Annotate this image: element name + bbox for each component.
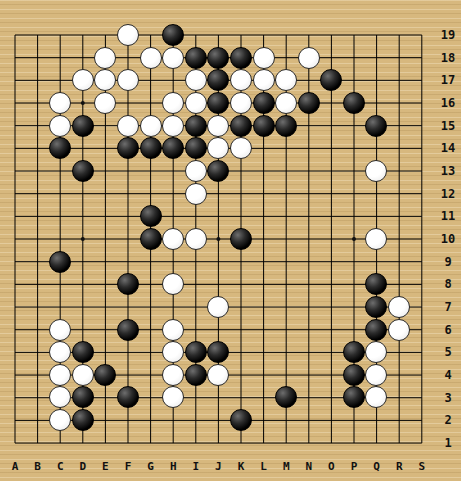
white-stone-C4[interactable] bbox=[49, 364, 71, 386]
row-label-18: 18 bbox=[436, 51, 460, 65]
black-stone-Q15[interactable] bbox=[365, 115, 387, 137]
column-label-C: C bbox=[52, 460, 68, 474]
row-label-17: 17 bbox=[436, 73, 460, 87]
row-label-12: 12 bbox=[436, 187, 460, 201]
white-stone-E18[interactable] bbox=[94, 47, 116, 69]
row-label-3: 3 bbox=[436, 391, 460, 405]
row-label-8: 8 bbox=[436, 277, 460, 291]
black-stone-D3[interactable] bbox=[72, 386, 94, 408]
white-stone-K16[interactable] bbox=[230, 92, 252, 114]
column-label-B: B bbox=[30, 460, 46, 474]
black-stone-J17[interactable] bbox=[207, 69, 229, 91]
black-stone-J5[interactable] bbox=[207, 341, 229, 363]
white-stone-H3[interactable] bbox=[162, 386, 184, 408]
row-label-14: 14 bbox=[436, 141, 460, 155]
black-stone-C14[interactable] bbox=[49, 137, 71, 159]
row-label-10: 10 bbox=[436, 232, 460, 246]
column-label-R: R bbox=[391, 460, 407, 474]
white-stone-C16[interactable] bbox=[49, 92, 71, 114]
black-stone-I15[interactable] bbox=[185, 115, 207, 137]
white-stone-Q3[interactable] bbox=[365, 386, 387, 408]
black-stone-K18[interactable] bbox=[230, 47, 252, 69]
black-stone-M15[interactable] bbox=[275, 115, 297, 137]
black-stone-L15[interactable] bbox=[253, 115, 275, 137]
black-stone-D2[interactable] bbox=[72, 409, 94, 431]
black-stone-J18[interactable] bbox=[207, 47, 229, 69]
white-stone-I10[interactable] bbox=[185, 228, 207, 250]
black-stone-G11[interactable] bbox=[140, 205, 162, 227]
black-stone-Q8[interactable] bbox=[365, 273, 387, 295]
column-label-O: O bbox=[323, 460, 339, 474]
row-label-5: 5 bbox=[436, 345, 460, 359]
row-label-4: 4 bbox=[436, 368, 460, 382]
white-stone-C15[interactable] bbox=[49, 115, 71, 137]
white-stone-I16[interactable] bbox=[185, 92, 207, 114]
white-stone-J4[interactable] bbox=[207, 364, 229, 386]
black-stone-D13[interactable] bbox=[72, 160, 94, 182]
row-label-7: 7 bbox=[436, 300, 460, 314]
white-stone-H4[interactable] bbox=[162, 364, 184, 386]
black-stone-C9[interactable] bbox=[49, 251, 71, 273]
black-stone-J16[interactable] bbox=[207, 92, 229, 114]
white-stone-Q13[interactable] bbox=[365, 160, 387, 182]
row-label-19: 19 bbox=[436, 28, 460, 42]
black-stone-I4[interactable] bbox=[185, 364, 207, 386]
row-label-15: 15 bbox=[436, 119, 460, 133]
row-label-6: 6 bbox=[436, 323, 460, 337]
black-stone-F8[interactable] bbox=[117, 273, 139, 295]
black-stone-F6[interactable] bbox=[117, 319, 139, 341]
white-stone-C3[interactable] bbox=[49, 386, 71, 408]
column-label-Q: Q bbox=[369, 460, 385, 474]
white-stone-J15[interactable] bbox=[207, 115, 229, 137]
black-stone-K10[interactable] bbox=[230, 228, 252, 250]
black-stone-M3[interactable] bbox=[275, 386, 297, 408]
white-stone-H16[interactable] bbox=[162, 92, 184, 114]
white-stone-H8[interactable] bbox=[162, 273, 184, 295]
black-stone-G14[interactable] bbox=[140, 137, 162, 159]
white-stone-Q4[interactable] bbox=[365, 364, 387, 386]
white-stone-Q10[interactable] bbox=[365, 228, 387, 250]
row-label-13: 13 bbox=[436, 164, 460, 178]
row-label-1: 1 bbox=[436, 436, 460, 450]
white-stone-H18[interactable] bbox=[162, 47, 184, 69]
white-stone-M16[interactable] bbox=[275, 92, 297, 114]
row-label-11: 11 bbox=[436, 209, 460, 223]
white-stone-E17[interactable] bbox=[94, 69, 116, 91]
black-stone-D5[interactable] bbox=[72, 341, 94, 363]
column-label-G: G bbox=[143, 460, 159, 474]
white-stone-L17[interactable] bbox=[253, 69, 275, 91]
white-stone-M17[interactable] bbox=[275, 69, 297, 91]
white-stone-R6[interactable] bbox=[388, 319, 410, 341]
black-stone-K15[interactable] bbox=[230, 115, 252, 137]
row-label-9: 9 bbox=[436, 255, 460, 269]
black-stone-F14[interactable] bbox=[117, 137, 139, 159]
row-label-16: 16 bbox=[436, 96, 460, 110]
column-label-J: J bbox=[210, 460, 226, 474]
column-label-F: F bbox=[120, 460, 136, 474]
white-stone-C2[interactable] bbox=[49, 409, 71, 431]
white-stone-J14[interactable] bbox=[207, 137, 229, 159]
black-stone-Q6[interactable] bbox=[365, 319, 387, 341]
white-stone-H10[interactable] bbox=[162, 228, 184, 250]
white-stone-I13[interactable] bbox=[185, 160, 207, 182]
white-stone-H6[interactable] bbox=[162, 319, 184, 341]
column-label-D: D bbox=[75, 460, 91, 474]
column-label-P: P bbox=[346, 460, 362, 474]
black-stone-F3[interactable] bbox=[117, 386, 139, 408]
white-stone-H15[interactable] bbox=[162, 115, 184, 137]
column-label-K: K bbox=[233, 460, 249, 474]
white-stone-J7[interactable] bbox=[207, 296, 229, 318]
black-stone-J13[interactable] bbox=[207, 160, 229, 182]
black-stone-P16[interactable] bbox=[343, 92, 365, 114]
black-stone-K2[interactable] bbox=[230, 409, 252, 431]
black-stone-I5[interactable] bbox=[185, 341, 207, 363]
white-stone-K17[interactable] bbox=[230, 69, 252, 91]
black-stone-I14[interactable] bbox=[185, 137, 207, 159]
white-stone-C5[interactable] bbox=[49, 341, 71, 363]
black-stone-E4[interactable] bbox=[94, 364, 116, 386]
stones-layer[interactable] bbox=[4, 24, 433, 454]
white-stone-K14[interactable] bbox=[230, 137, 252, 159]
white-stone-R7[interactable] bbox=[388, 296, 410, 318]
white-stone-Q5[interactable] bbox=[365, 341, 387, 363]
white-stone-L18[interactable] bbox=[253, 47, 275, 69]
black-stone-H19[interactable] bbox=[162, 24, 184, 46]
black-stone-L16[interactable] bbox=[253, 92, 275, 114]
black-stone-D15[interactable] bbox=[72, 115, 94, 137]
column-label-I: I bbox=[188, 460, 204, 474]
column-label-H: H bbox=[165, 460, 181, 474]
black-stone-O17[interactable] bbox=[320, 69, 342, 91]
white-stone-F17[interactable] bbox=[117, 69, 139, 91]
black-stone-N16[interactable] bbox=[298, 92, 320, 114]
white-stone-C6[interactable] bbox=[49, 319, 71, 341]
column-label-E: E bbox=[97, 460, 113, 474]
black-stone-Q7[interactable] bbox=[365, 296, 387, 318]
column-label-S: S bbox=[414, 460, 430, 474]
black-stone-P5[interactable] bbox=[343, 341, 365, 363]
white-stone-D17[interactable] bbox=[72, 69, 94, 91]
white-stone-F19[interactable] bbox=[117, 24, 139, 46]
white-stone-G18[interactable] bbox=[140, 47, 162, 69]
black-stone-H14[interactable] bbox=[162, 137, 184, 159]
column-label-N: N bbox=[301, 460, 317, 474]
row-label-2: 2 bbox=[436, 413, 460, 427]
black-stone-G10[interactable] bbox=[140, 228, 162, 250]
white-stone-H5[interactable] bbox=[162, 341, 184, 363]
column-label-M: M bbox=[278, 460, 294, 474]
black-stone-P4[interactable] bbox=[343, 364, 365, 386]
white-stone-I17[interactable] bbox=[185, 69, 207, 91]
go-board-screenshot: ABCDEFGHIJKLMNOPQRS 19181716151413121110… bbox=[0, 0, 461, 481]
white-stone-I12[interactable] bbox=[185, 183, 207, 205]
column-label-A: A bbox=[7, 460, 23, 474]
white-stone-E16[interactable] bbox=[94, 92, 116, 114]
column-label-L: L bbox=[256, 460, 272, 474]
white-stone-D4[interactable] bbox=[72, 364, 94, 386]
white-stone-F15[interactable] bbox=[117, 115, 139, 137]
white-stone-N18[interactable] bbox=[298, 47, 320, 69]
black-stone-P3[interactable] bbox=[343, 386, 365, 408]
white-stone-G15[interactable] bbox=[140, 115, 162, 137]
black-stone-I18[interactable] bbox=[185, 47, 207, 69]
